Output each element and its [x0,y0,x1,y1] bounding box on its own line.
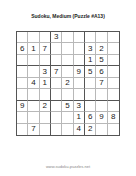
cell-r6c1[interactable] [17,89,28,100]
cell-r1c5[interactable] [62,32,73,43]
cell-r8c6[interactable]: 1 [74,112,85,123]
cell-r7c5[interactable]: 5 [62,101,73,112]
cell-r4c7[interactable]: 5 [85,66,96,77]
cell-r2c3[interactable]: 7 [40,43,51,54]
cell-r1c2[interactable] [28,32,39,43]
cell-r4c3[interactable]: 3 [40,66,51,77]
cell-r8c3[interactable] [40,112,51,123]
cell-r9c8[interactable] [96,124,107,135]
cell-r7c2[interactable] [28,101,39,112]
cell-r5c3[interactable]: 1 [40,78,51,89]
cell-r2c6[interactable] [74,43,85,54]
cell-r9c7[interactable]: 2 [85,124,96,135]
cell-r4c8[interactable]: 6 [96,66,107,77]
footer-url: www.sudoku-puzzles.net [0,164,136,169]
cell-r5c1[interactable] [17,78,28,89]
cell-r9c9[interactable] [108,124,119,135]
cell-r7c4[interactable] [51,101,62,112]
cell-r5c4[interactable] [51,78,62,89]
cell-r6c2[interactable] [28,89,39,100]
cell-r5c8[interactable]: 7 [96,78,107,89]
cell-r6c3[interactable] [40,89,51,100]
cell-r6c7[interactable] [85,89,96,100]
cell-r5c9[interactable] [108,78,119,89]
page-title: Sudoku, Medium (Puzzle #A13) [0,13,136,19]
sudoku-grid: 3617321537956412792531698742 [16,31,120,136]
cell-r8c4[interactable] [51,112,62,123]
cell-r2c8[interactable]: 2 [96,43,107,54]
cell-r9c5[interactable] [62,124,73,135]
cell-r5c5[interactable]: 2 [62,78,73,89]
cell-r8c5[interactable] [62,112,73,123]
cell-r7c9[interactable] [108,101,119,112]
cell-r7c3[interactable]: 2 [40,101,51,112]
cell-r1c1[interactable] [17,32,28,43]
cell-r5c2[interactable]: 4 [28,78,39,89]
cell-r4c9[interactable] [108,66,119,77]
cell-r6c6[interactable] [74,89,85,100]
cell-r7c1[interactable]: 9 [17,101,28,112]
cell-r8c8[interactable]: 9 [96,112,107,123]
cell-r3c4[interactable] [51,55,62,66]
cell-r3c8[interactable]: 5 [96,55,107,66]
cell-r3c5[interactable] [62,55,73,66]
cell-r1c3[interactable] [40,32,51,43]
cell-r2c2[interactable]: 1 [28,43,39,54]
cell-r5c6[interactable] [74,78,85,89]
cell-r2c1[interactable]: 6 [17,43,28,54]
cell-r3c7[interactable]: 1 [85,55,96,66]
cell-r2c5[interactable] [62,43,73,54]
cell-r8c9[interactable]: 8 [108,112,119,123]
cell-r7c7[interactable] [85,101,96,112]
cell-r8c1[interactable] [17,112,28,123]
cell-r6c9[interactable] [108,89,119,100]
cell-r2c4[interactable] [51,43,62,54]
sudoku-page: Sudoku, Medium (Puzzle #A13) 36173215379… [0,0,136,176]
cell-r8c2[interactable] [28,112,39,123]
cell-r4c4[interactable]: 7 [51,66,62,77]
cell-r7c6[interactable]: 3 [74,101,85,112]
cell-r9c3[interactable] [40,124,51,135]
cell-r4c2[interactable] [28,66,39,77]
cell-r3c3[interactable] [40,55,51,66]
cell-r1c7[interactable] [85,32,96,43]
cell-r1c4[interactable]: 3 [51,32,62,43]
cell-r3c2[interactable] [28,55,39,66]
cell-r4c1[interactable] [17,66,28,77]
cell-r1c6[interactable] [74,32,85,43]
cell-r2c7[interactable]: 3 [85,43,96,54]
cell-r6c5[interactable] [62,89,73,100]
cell-r5c7[interactable] [85,78,96,89]
cell-r6c8[interactable] [96,89,107,100]
cell-r1c9[interactable] [108,32,119,43]
cell-r9c4[interactable] [51,124,62,135]
cell-r3c1[interactable] [17,55,28,66]
cell-r6c4[interactable] [51,89,62,100]
cell-r3c6[interactable] [74,55,85,66]
cell-r4c6[interactable]: 9 [74,66,85,77]
cell-r2c9[interactable] [108,43,119,54]
cell-r3c9[interactable] [108,55,119,66]
cell-r7c8[interactable] [96,101,107,112]
cell-r9c2[interactable]: 7 [28,124,39,135]
cell-r9c1[interactable] [17,124,28,135]
cell-r9c6[interactable]: 4 [74,124,85,135]
cell-r1c8[interactable] [96,32,107,43]
cell-r4c5[interactable] [62,66,73,77]
cell-r8c7[interactable]: 6 [85,112,96,123]
